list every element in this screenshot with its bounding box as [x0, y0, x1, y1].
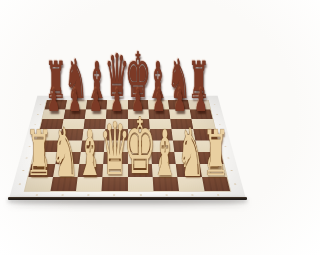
piece-white-rook-a1[interactable]: ♜ — [26, 123, 52, 186]
piece-black-pawn-g7[interactable]: ♟ — [174, 85, 187, 116]
piece-black-pawn-a7[interactable]: ♟ — [48, 85, 61, 116]
piece-white-bishop-f1[interactable]: ♝ — [152, 123, 178, 186]
piece-black-pawn-h7[interactable]: ♟ — [195, 85, 208, 116]
pieces-layer: ♜♞♝♛♚♝♞♜♟♟♟♟♟♟♟♟♟♟♟♟♟♟♟♟♜♞♝♛♚♝♞♜ — [0, 0, 255, 255]
piece-white-knight-b1[interactable]: ♞ — [51, 119, 79, 186]
photo-background: ♜♞♝♛♚♝♞♜♟♟♟♟♟♟♟♟♟♟♟♟♟♟♟♟♜♞♝♛♚♝♞♜ — [0, 0, 255, 255]
piece-white-rook-h1[interactable]: ♜ — [203, 123, 229, 186]
piece-black-pawn-b7[interactable]: ♟ — [69, 85, 82, 116]
piece-white-knight-g1[interactable]: ♞ — [177, 119, 205, 186]
